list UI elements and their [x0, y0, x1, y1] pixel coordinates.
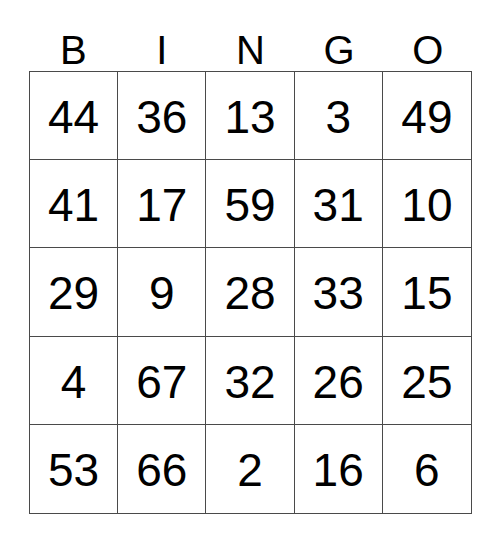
column-letter-i: I — [118, 30, 207, 71]
bingo-cell-r1c5: 49 — [383, 72, 471, 160]
bingo-cell-r5c4: 16 — [295, 425, 383, 513]
bingo-cell-r4c4: 26 — [295, 337, 383, 425]
bingo-cell-r4c1: 4 — [30, 337, 118, 425]
bingo-cell-r3c5: 15 — [383, 248, 471, 336]
bingo-cell-r2c1: 41 — [30, 160, 118, 248]
bingo-cell-r1c1: 44 — [30, 72, 118, 160]
bingo-cell-r3c3: 28 — [206, 248, 294, 336]
bingo-cell-r1c3: 13 — [206, 72, 294, 160]
bingo-header-row: B I N G O — [29, 0, 472, 71]
bingo-cell-r1c4: 3 — [295, 72, 383, 160]
bingo-cell-r5c3: 2 — [206, 425, 294, 513]
bingo-cell-r5c5: 6 — [383, 425, 471, 513]
bingo-cell-r4c3: 32 — [206, 337, 294, 425]
bingo-cell-r4c2: 67 — [118, 337, 206, 425]
bingo-cell-r2c4: 31 — [295, 160, 383, 248]
bingo-cell-r3c1: 29 — [30, 248, 118, 336]
column-letter-o: O — [383, 30, 472, 71]
bingo-cell-r2c2: 17 — [118, 160, 206, 248]
bingo-cell-r3c2: 9 — [118, 248, 206, 336]
column-letter-b: B — [29, 30, 118, 71]
bingo-cell-r5c2: 66 — [118, 425, 206, 513]
bingo-number-grid: 44 36 13 3 49 41 17 59 31 10 29 9 28 33 … — [29, 71, 472, 514]
bingo-cell-r2c3: 59 — [206, 160, 294, 248]
bingo-cell-r4c5: 25 — [383, 337, 471, 425]
bingo-cell-r2c5: 10 — [383, 160, 471, 248]
column-letter-g: G — [295, 30, 384, 71]
column-letter-n: N — [206, 30, 295, 71]
bingo-cell-r5c1: 53 — [30, 425, 118, 513]
bingo-cell-r1c2: 36 — [118, 72, 206, 160]
bingo-card: B I N G O 44 36 13 3 49 41 17 59 31 10 2… — [29, 0, 472, 514]
bingo-cell-r3c4: 33 — [295, 248, 383, 336]
